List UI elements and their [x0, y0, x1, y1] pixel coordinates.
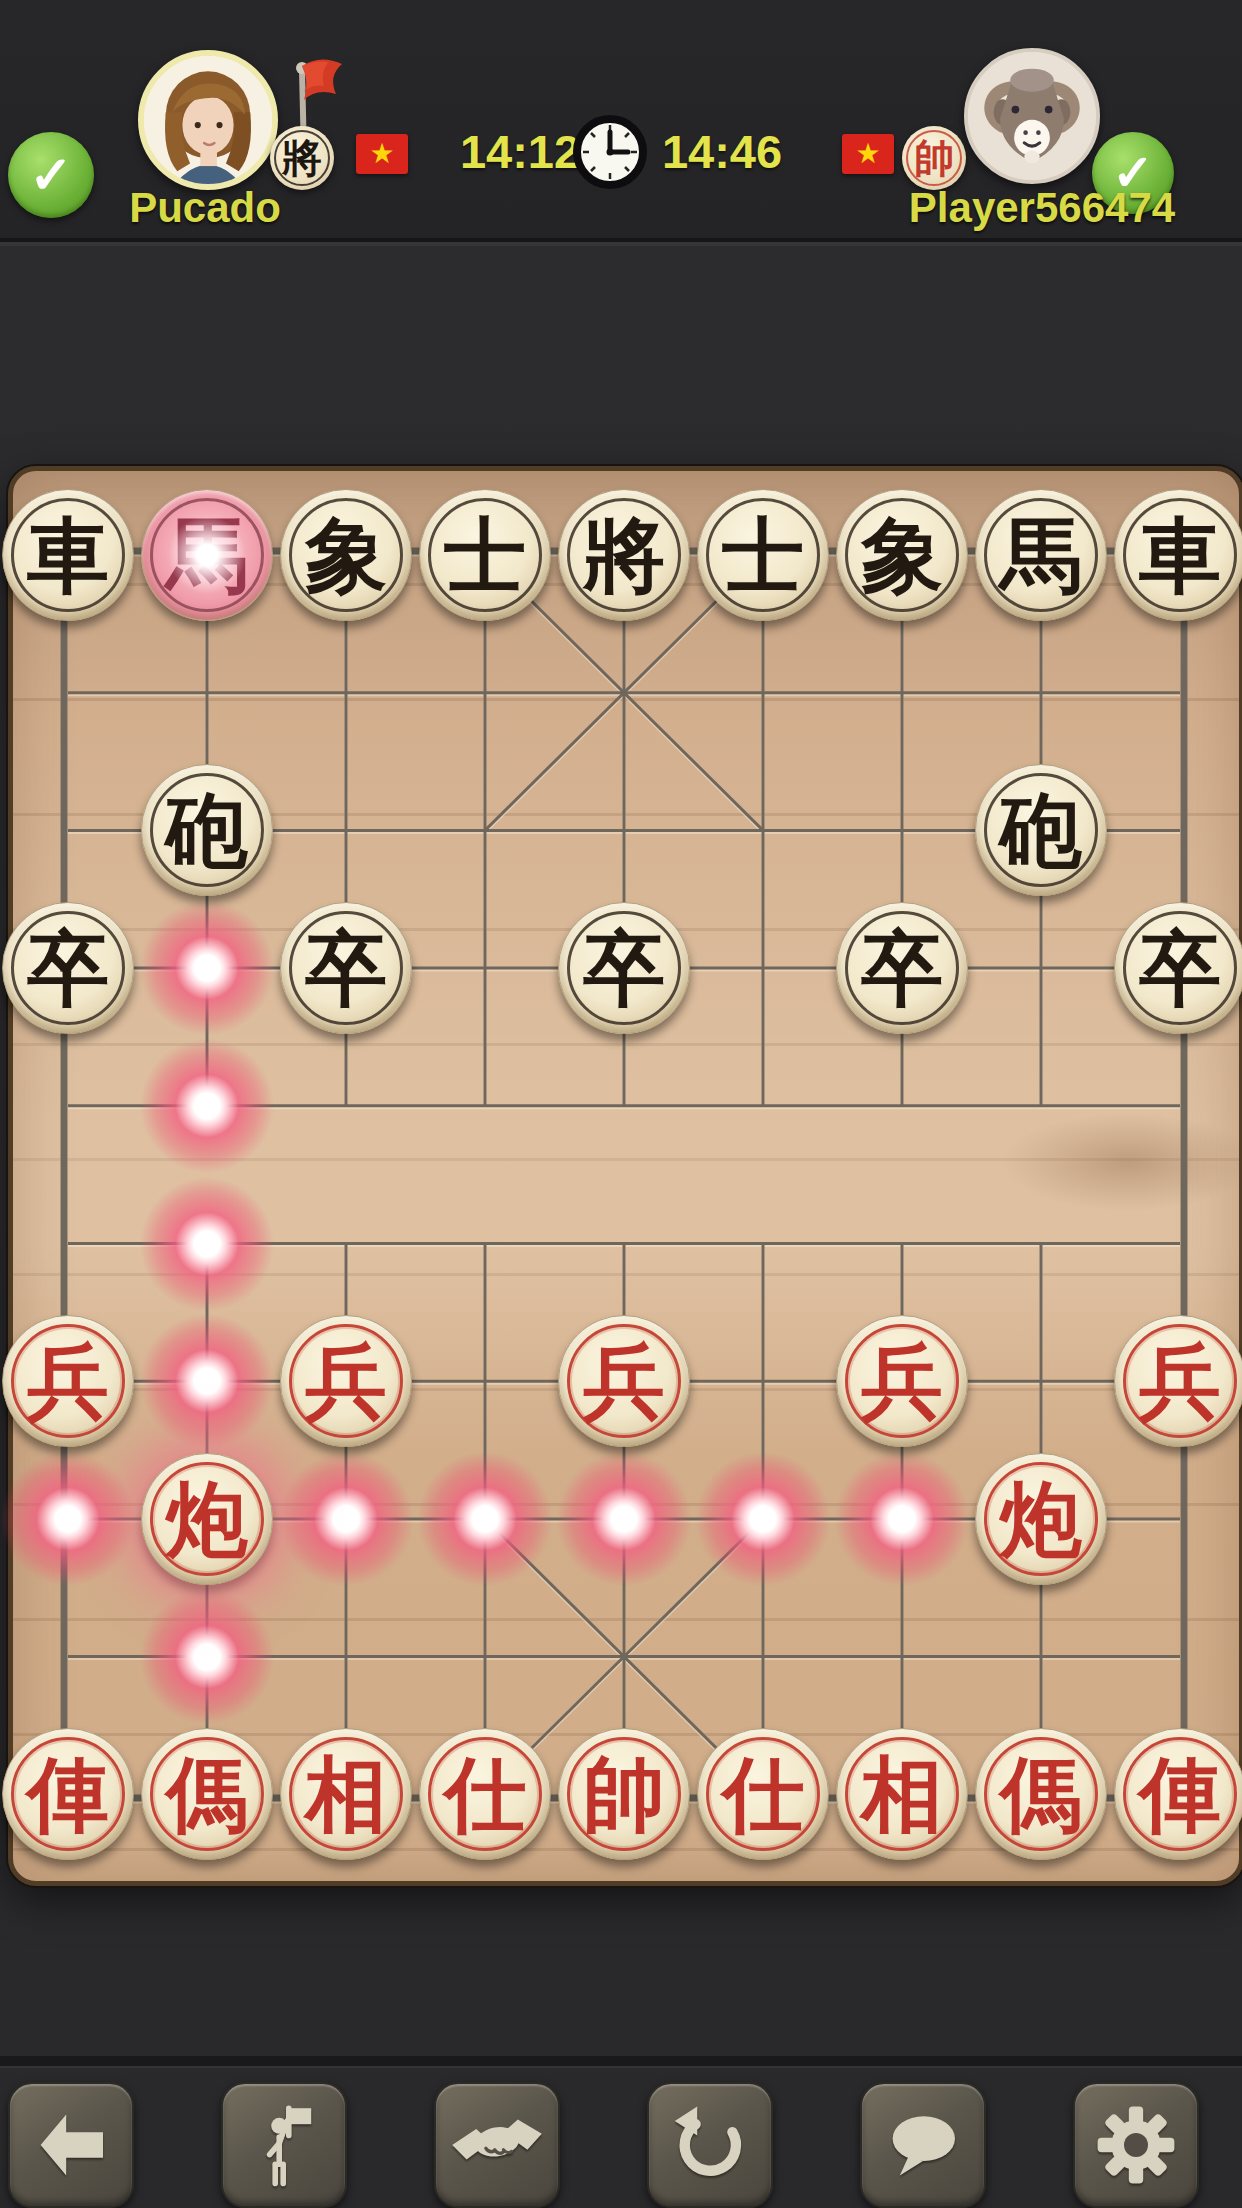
gear-icon	[1088, 2097, 1184, 2193]
offer-draw-button[interactable]	[434, 2082, 560, 2208]
move-hint-dot-g7[interactable]	[832, 1449, 972, 1589]
move-hint-dot-b5[interactable]	[137, 1174, 277, 1314]
piece-red-soldier-i6[interactable]: 兵	[1114, 1315, 1242, 1447]
piece-red-soldier-a6[interactable]: 兵	[2, 1315, 134, 1447]
piece-glyph: 炮	[1000, 1479, 1082, 1561]
match-header: ✓ 將 ★	[0, 0, 1242, 242]
piece-glyph: 傌	[166, 1754, 248, 1836]
move-hint-dot-b3[interactable]	[137, 898, 277, 1038]
move-hint-dot-d7[interactable]	[415, 1449, 555, 1589]
piece-red-advisor-d9[interactable]: 仕	[419, 1728, 551, 1860]
resign-button[interactable]	[221, 2082, 347, 2208]
piece-glyph: 兵	[305, 1341, 387, 1423]
piece-glyph: 卒	[1139, 928, 1221, 1010]
piece-glyph: 相	[861, 1754, 943, 1836]
piece-glyph: 兵	[583, 1341, 665, 1423]
piece-red-cannon-h7[interactable]: 炮	[975, 1453, 1107, 1585]
piece-black-soldier-a3[interactable]: 卒	[2, 902, 134, 1034]
piece-glyph: 砲	[1000, 790, 1082, 872]
settings-button[interactable]	[1073, 2082, 1199, 2208]
chat-bubble-icon	[875, 2097, 971, 2193]
piece-black-horse-b0[interactable]: 馬	[141, 489, 273, 621]
piece-glyph: 將	[583, 515, 665, 597]
flag-star: ★	[369, 140, 394, 168]
piece-red-horse-b9[interactable]: 傌	[141, 1728, 273, 1860]
piece-glyph: 炮	[166, 1479, 248, 1561]
piece-glyph: 卒	[27, 928, 109, 1010]
piece-black-soldier-i3[interactable]: 卒	[1114, 902, 1242, 1034]
piece-red-horse-h9[interactable]: 傌	[975, 1728, 1107, 1860]
piece-black-chariot-a0[interactable]: 車	[2, 489, 134, 621]
handshake-icon	[449, 2097, 545, 2193]
piece-red-general-e9[interactable]: 帥	[558, 1728, 690, 1860]
piece-glyph: 馬	[166, 515, 248, 597]
left-player-avatar[interactable]	[138, 50, 278, 190]
piece-red-soldier-c6[interactable]: 兵	[280, 1315, 412, 1447]
piece-glyph: 象	[861, 515, 943, 597]
piece-red-elephant-c9[interactable]: 相	[280, 1728, 412, 1860]
move-hint-dot-e7[interactable]	[554, 1449, 694, 1589]
flag-star: ★	[855, 140, 880, 168]
piece-red-elephant-g9[interactable]: 相	[836, 1728, 968, 1860]
piece-black-horse-h0[interactable]: 馬	[975, 489, 1107, 621]
piece-red-soldier-g6[interactable]: 兵	[836, 1315, 968, 1447]
piece-glyph: 卒	[861, 928, 943, 1010]
piece-glyph: 仕	[444, 1754, 526, 1836]
left-player-name: Pucado	[50, 184, 360, 232]
piece-red-chariot-i9[interactable]: 俥	[1114, 1728, 1242, 1860]
left-side-piece-badge-general: 將	[270, 126, 334, 190]
move-hint-dot-a7[interactable]	[0, 1449, 138, 1589]
move-hint-dot-b6[interactable]	[137, 1311, 277, 1451]
piece-glyph: 砲	[166, 790, 248, 872]
piece-black-general-e0[interactable]: 將	[558, 489, 690, 621]
piece-glyph: 兵	[27, 1341, 109, 1423]
right-player-name: Player566474	[870, 184, 1214, 232]
xiangqi-board[interactable]: 車馬象士將士象馬車砲砲卒卒卒卒卒兵兵兵兵兵炮炮俥傌相仕帥仕相傌俥	[8, 466, 1242, 1886]
piece-glyph: 仕	[722, 1754, 804, 1836]
black-general-glyph: 將	[282, 131, 322, 186]
piece-black-cannon-b2[interactable]: 砲	[141, 764, 273, 896]
undo-button[interactable]	[647, 2082, 773, 2208]
piece-black-advisor-d0[interactable]: 士	[419, 489, 551, 621]
piece-glyph: 兵	[1139, 1341, 1221, 1423]
piece-glyph: 帥	[583, 1754, 665, 1836]
back-arrow-icon	[23, 2097, 119, 2193]
left-player-vietnam-flag-icon: ★	[356, 134, 408, 174]
piece-glyph: 俥	[27, 1754, 109, 1836]
move-hint-dot-f7[interactable]	[693, 1449, 833, 1589]
game-clock-icon	[570, 112, 650, 192]
piece-black-cannon-h2[interactable]: 砲	[975, 764, 1107, 896]
ram-avatar-image	[968, 52, 1096, 180]
piece-red-soldier-e6[interactable]: 兵	[558, 1315, 690, 1447]
right-player-vietnam-flag-icon: ★	[842, 134, 894, 174]
right-side-piece-badge-general: 帥	[902, 126, 966, 190]
piece-black-soldier-g3[interactable]: 卒	[836, 902, 968, 1034]
right-player-avatar[interactable]	[964, 48, 1100, 184]
piece-black-elephant-g0[interactable]: 象	[836, 489, 968, 621]
right-player-clock: 14:46	[642, 124, 802, 179]
piece-glyph: 馬	[1000, 515, 1082, 597]
red-general-glyph: 帥	[914, 131, 954, 186]
toolbar-divider	[0, 2056, 1242, 2066]
girl-avatar-image	[144, 56, 272, 184]
piece-glyph: 相	[305, 1754, 387, 1836]
undo-arrow-icon	[662, 2097, 758, 2193]
piece-glyph: 卒	[583, 928, 665, 1010]
piece-glyph: 車	[1139, 515, 1221, 597]
piece-glyph: 傌	[1000, 1754, 1082, 1836]
piece-glyph: 士	[722, 515, 804, 597]
xiangqi-game-screen: ✓ 將 ★	[0, 0, 1242, 2208]
move-hint-dot-b8[interactable]	[137, 1587, 277, 1727]
piece-red-cannon-b7[interactable]: 炮	[141, 1453, 273, 1585]
back-button[interactable]	[8, 2082, 134, 2208]
piece-black-elephant-c0[interactable]: 象	[280, 489, 412, 621]
piece-glyph: 車	[27, 515, 109, 597]
piece-black-soldier-e3[interactable]: 卒	[558, 902, 690, 1034]
piece-red-chariot-a9[interactable]: 俥	[2, 1728, 134, 1860]
piece-glyph: 象	[305, 515, 387, 597]
piece-black-soldier-c3[interactable]: 卒	[280, 902, 412, 1034]
move-hint-dot-c7[interactable]	[276, 1449, 416, 1589]
piece-glyph: 俥	[1139, 1754, 1221, 1836]
chat-button[interactable]	[860, 2082, 986, 2208]
piece-black-chariot-i0[interactable]: 車	[1114, 489, 1242, 621]
move-hint-dot-b4[interactable]	[137, 1036, 277, 1176]
resign-flag-person-icon	[236, 2097, 332, 2193]
piece-red-advisor-f9[interactable]: 仕	[697, 1728, 829, 1860]
piece-glyph: 士	[444, 515, 526, 597]
piece-glyph: 卒	[305, 928, 387, 1010]
piece-glyph: 兵	[861, 1341, 943, 1423]
piece-black-advisor-f0[interactable]: 士	[697, 489, 829, 621]
